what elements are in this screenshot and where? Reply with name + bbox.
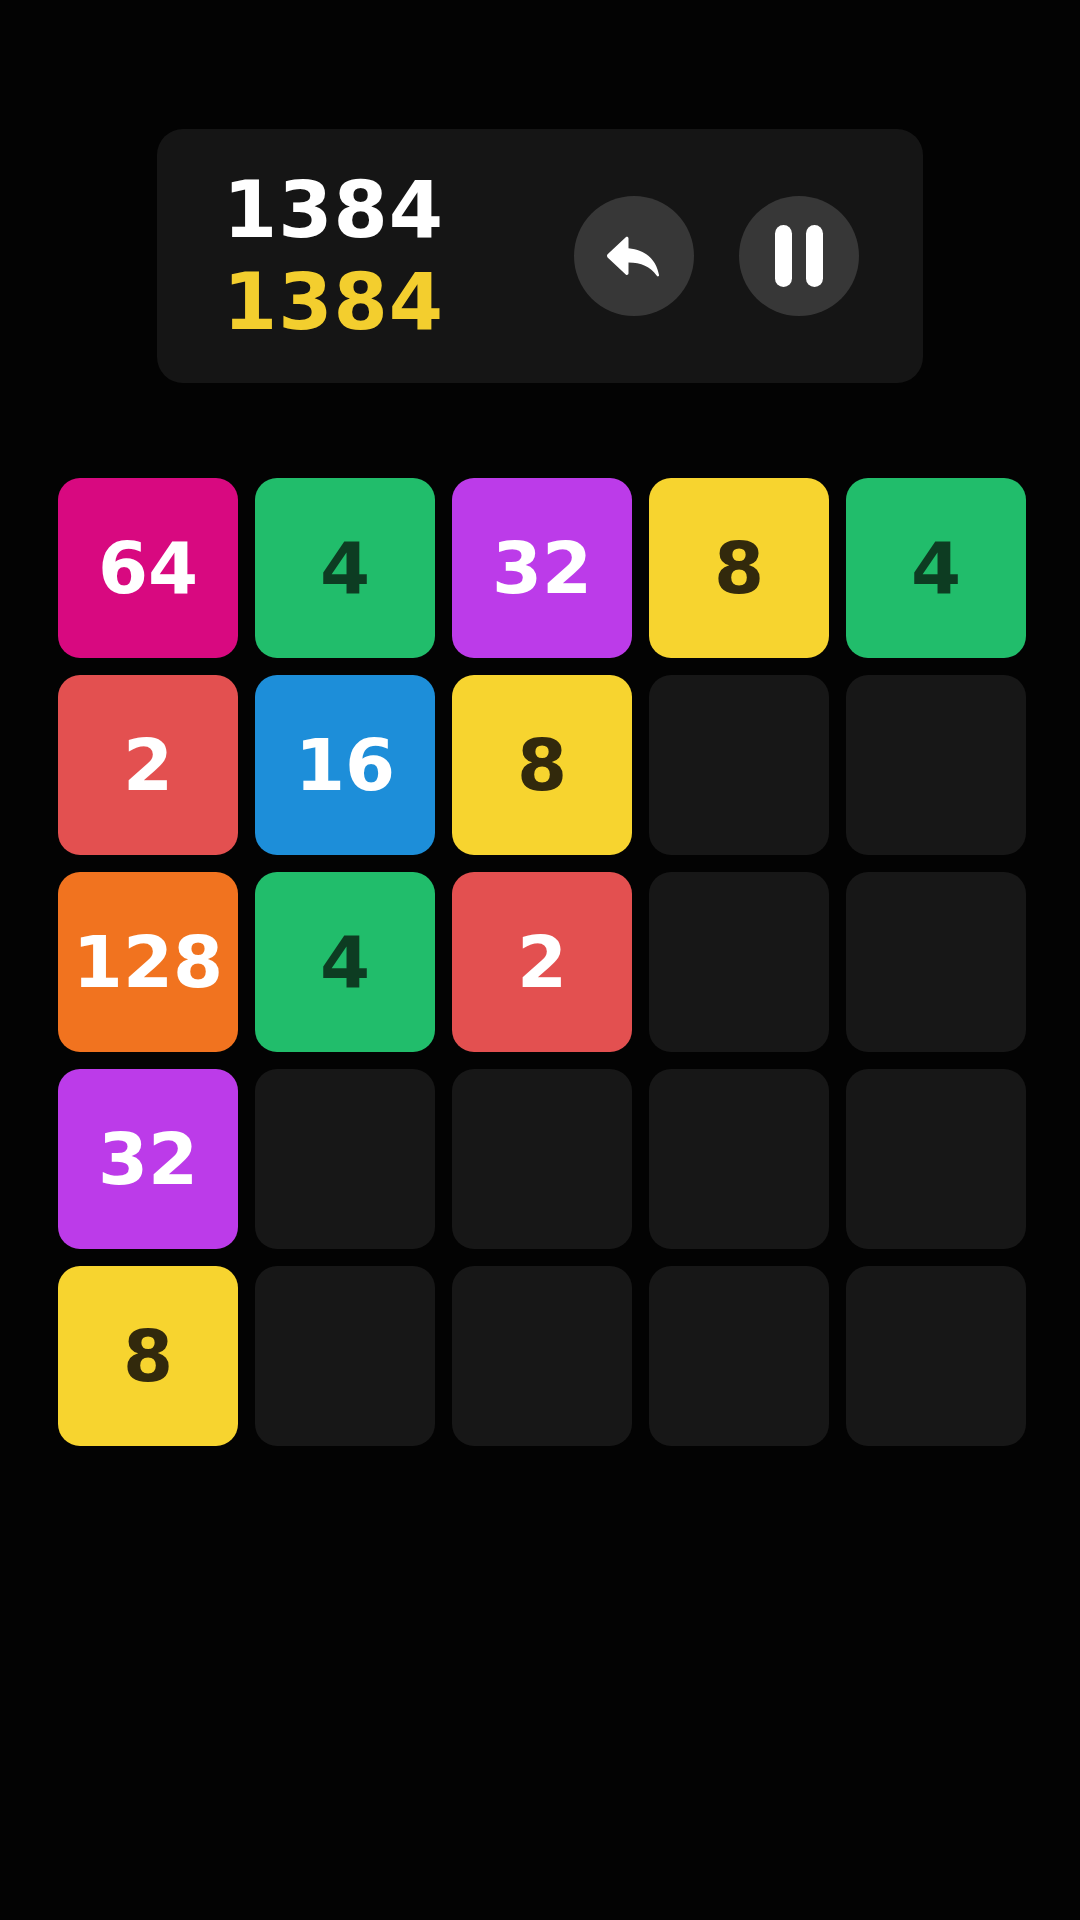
score-block: 1384 1384 <box>223 164 444 348</box>
tile-8[interactable]: 8 <box>452 675 632 855</box>
tile-16[interactable]: 16 <box>255 675 435 855</box>
tile-32[interactable]: 32 <box>58 1069 238 1249</box>
empty-cell[interactable] <box>255 1266 435 1446</box>
best-score: 1384 <box>223 256 444 348</box>
current-score: 1384 <box>223 164 444 256</box>
tile-8[interactable]: 8 <box>58 1266 238 1446</box>
score-panel: 1384 1384 <box>157 129 923 383</box>
tile-128[interactable]: 128 <box>58 872 238 1052</box>
empty-cell[interactable] <box>452 1069 632 1249</box>
empty-cell[interactable] <box>846 1069 1026 1249</box>
empty-cell[interactable] <box>649 872 829 1052</box>
tile-4[interactable]: 4 <box>846 478 1026 658</box>
panel-buttons <box>574 196 859 316</box>
tile-4[interactable]: 4 <box>255 872 435 1052</box>
pause-icon <box>775 225 823 287</box>
tile-2[interactable]: 2 <box>58 675 238 855</box>
tile-32[interactable]: 32 <box>452 478 632 658</box>
tile-64[interactable]: 64 <box>58 478 238 658</box>
tile-4[interactable]: 4 <box>255 478 435 658</box>
empty-cell[interactable] <box>846 675 1026 855</box>
empty-cell[interactable] <box>649 675 829 855</box>
empty-cell[interactable] <box>649 1069 829 1249</box>
undo-arrow-icon <box>601 223 667 289</box>
empty-cell[interactable] <box>649 1266 829 1446</box>
tile-8[interactable]: 8 <box>649 478 829 658</box>
pause-button[interactable] <box>739 196 859 316</box>
game-screen: 1384 1384 6443284216812842328 <box>0 0 1080 1920</box>
tile-2[interactable]: 2 <box>452 872 632 1052</box>
board[interactable]: 6443284216812842328 <box>58 478 1026 1446</box>
empty-cell[interactable] <box>452 1266 632 1446</box>
empty-cell[interactable] <box>846 1266 1026 1446</box>
empty-cell[interactable] <box>846 872 1026 1052</box>
empty-cell[interactable] <box>255 1069 435 1249</box>
undo-button[interactable] <box>574 196 694 316</box>
